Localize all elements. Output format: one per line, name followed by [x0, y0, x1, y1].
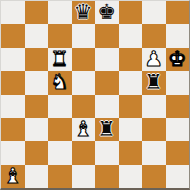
square-d3[interactable]: ♝ — [72, 118, 96, 141]
square-f6[interactable] — [119, 48, 143, 71]
square-g4[interactable] — [142, 95, 166, 118]
square-h8[interactable] — [166, 1, 190, 24]
square-b7[interactable] — [25, 24, 49, 47]
square-f4[interactable] — [119, 95, 143, 118]
square-f2[interactable] — [119, 141, 143, 164]
square-g3[interactable] — [142, 118, 166, 141]
black-rook: ♜ — [97, 119, 116, 140]
square-a8[interactable] — [1, 1, 25, 24]
square-b2[interactable] — [25, 141, 49, 164]
square-c8[interactable] — [48, 1, 72, 24]
square-c6[interactable]: ♜ — [48, 48, 72, 71]
square-c2[interactable] — [48, 141, 72, 164]
chess-board: ♛♚♜♟♚♞♜♝♜♝ — [0, 0, 190, 190]
square-h7[interactable] — [166, 24, 190, 47]
square-g8[interactable] — [142, 1, 166, 24]
square-h5[interactable] — [166, 71, 190, 94]
square-b5[interactable] — [25, 71, 49, 94]
square-a5[interactable] — [1, 71, 25, 94]
black-queen: ♛ — [74, 2, 93, 23]
white-bishop: ♝ — [3, 166, 22, 187]
square-h3[interactable] — [166, 118, 190, 141]
square-d4[interactable] — [72, 95, 96, 118]
black-rook: ♜ — [144, 72, 163, 93]
square-a7[interactable] — [1, 24, 25, 47]
square-e2[interactable] — [95, 141, 119, 164]
square-b6[interactable] — [25, 48, 49, 71]
square-h4[interactable] — [166, 95, 190, 118]
square-c7[interactable] — [48, 24, 72, 47]
square-c5[interactable]: ♞ — [48, 71, 72, 94]
white-king: ♚ — [168, 49, 187, 70]
square-a6[interactable] — [1, 48, 25, 71]
square-d7[interactable] — [72, 24, 96, 47]
square-a4[interactable] — [1, 95, 25, 118]
square-g7[interactable] — [142, 24, 166, 47]
square-e6[interactable] — [95, 48, 119, 71]
square-d6[interactable] — [72, 48, 96, 71]
square-e4[interactable] — [95, 95, 119, 118]
square-e5[interactable] — [95, 71, 119, 94]
square-g1[interactable] — [142, 165, 166, 188]
square-f8[interactable] — [119, 1, 143, 24]
square-d2[interactable] — [72, 141, 96, 164]
square-e3[interactable]: ♜ — [95, 118, 119, 141]
square-e1[interactable] — [95, 165, 119, 188]
square-a2[interactable] — [1, 141, 25, 164]
square-d8[interactable]: ♛ — [72, 1, 96, 24]
square-c4[interactable] — [48, 95, 72, 118]
square-c3[interactable] — [48, 118, 72, 141]
square-g2[interactable] — [142, 141, 166, 164]
black-king: ♚ — [97, 2, 116, 23]
square-b1[interactable] — [25, 165, 49, 188]
square-a1[interactable]: ♝ — [1, 165, 25, 188]
square-b8[interactable] — [25, 1, 49, 24]
square-g6[interactable]: ♟ — [142, 48, 166, 71]
square-d1[interactable] — [72, 165, 96, 188]
square-b3[interactable] — [25, 118, 49, 141]
square-a3[interactable] — [1, 118, 25, 141]
square-f1[interactable] — [119, 165, 143, 188]
white-knight: ♞ — [50, 72, 69, 93]
square-h6[interactable]: ♚ — [166, 48, 190, 71]
white-bishop: ♝ — [74, 119, 93, 140]
square-e7[interactable] — [95, 24, 119, 47]
square-d5[interactable] — [72, 71, 96, 94]
white-pawn: ♟ — [144, 49, 163, 70]
white-rook: ♜ — [50, 49, 69, 70]
square-h1[interactable] — [166, 165, 190, 188]
square-e8[interactable]: ♚ — [95, 1, 119, 24]
square-c1[interactable] — [48, 165, 72, 188]
square-f3[interactable] — [119, 118, 143, 141]
square-g5[interactable]: ♜ — [142, 71, 166, 94]
square-h2[interactable] — [166, 141, 190, 164]
square-f7[interactable] — [119, 24, 143, 47]
square-b4[interactable] — [25, 95, 49, 118]
square-f5[interactable] — [119, 71, 143, 94]
